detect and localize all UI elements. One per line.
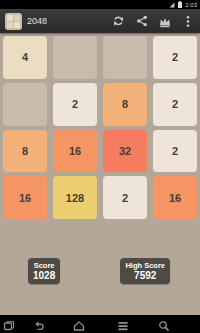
empty-cell-r1c2 <box>53 36 97 79</box>
refresh-icon <box>112 15 125 28</box>
refresh-button[interactable] <box>111 14 126 29</box>
share-button[interactable] <box>134 14 149 29</box>
status-time: 2:03 <box>185 2 197 8</box>
battery-icon <box>178 1 182 8</box>
leaderboard-button[interactable] <box>157 14 172 29</box>
tile-2-r4c3: 2 <box>103 176 147 219</box>
empty-cell-r1c3 <box>103 36 147 79</box>
tile-8-r2c3: 8 <box>103 83 147 126</box>
status-bar: 2:03 <box>0 0 200 9</box>
back-button[interactable] <box>33 318 45 330</box>
home-button[interactable] <box>73 318 85 330</box>
high-score-box: High Score 7592 <box>120 258 170 284</box>
recents-button[interactable] <box>3 318 15 330</box>
tile-32-r3c3: 32 <box>103 130 147 173</box>
home-icon <box>73 320 85 332</box>
screen: 2:03 2048 <box>0 0 200 333</box>
menu-icon <box>117 320 129 332</box>
board-grid[interactable]: 4228281632216128216 <box>0 33 200 222</box>
score-label: Score <box>33 261 55 270</box>
tile-2-r2c2: 2 <box>53 83 97 126</box>
overflow-menu-icon <box>186 15 190 28</box>
search-button[interactable] <box>158 318 170 330</box>
tile-8-r3c1: 8 <box>3 130 47 173</box>
high-score-label: High Score <box>125 261 165 270</box>
share-icon <box>136 15 148 27</box>
tile-16-r4c1: 16 <box>3 176 47 219</box>
high-score-value: 7592 <box>125 270 165 281</box>
score-value: 1028 <box>33 270 55 281</box>
back-icon <box>33 320 45 332</box>
score-row: Score 1028 High Score 7592 <box>0 222 200 284</box>
action-bar-buttons <box>111 14 195 29</box>
crown-icon <box>158 15 172 28</box>
search-icon <box>158 320 170 332</box>
nav-bar <box>0 315 200 333</box>
app-title: 2048 <box>27 16 47 26</box>
tile-2-r3c4: 2 <box>153 130 197 173</box>
game-area: 4228281632216128216 Score 1028 High Scor… <box>0 33 200 315</box>
tile-128-r4c2: 128 <box>53 176 97 219</box>
tile-2-r2c4: 2 <box>153 83 197 126</box>
overflow-menu-button[interactable] <box>180 14 195 29</box>
menu-button[interactable] <box>117 318 129 330</box>
empty-cell-r2c1 <box>3 83 47 126</box>
signal-icon <box>169 2 175 8</box>
tile-4-r1c1: 4 <box>3 36 47 79</box>
recents-icon <box>3 320 15 332</box>
app-icon <box>5 13 22 30</box>
tile-16-r4c4: 16 <box>153 176 197 219</box>
score-box: Score 1028 <box>28 258 60 284</box>
tile-2-r1c4: 2 <box>153 36 197 79</box>
action-bar: 2048 <box>0 9 200 33</box>
tile-16-r3c2: 16 <box>53 130 97 173</box>
